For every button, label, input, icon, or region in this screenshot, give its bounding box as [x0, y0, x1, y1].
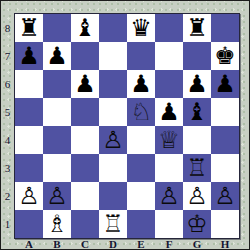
file-label-d: D	[99, 237, 127, 250]
square-d3[interactable]	[99, 154, 127, 182]
file-label-c: C	[71, 237, 99, 250]
piece-white-pawn: ♙	[186, 182, 208, 210]
piece-black-rook: ♜	[18, 14, 40, 42]
piece-white-pawn: ♙	[102, 126, 124, 154]
square-c4[interactable]	[71, 126, 99, 154]
square-g8[interactable]: ♜	[183, 14, 211, 42]
piece-white-knight: ♘	[130, 98, 152, 126]
square-e5[interactable]: ♘	[127, 98, 155, 126]
square-b1[interactable]: ♗	[43, 210, 71, 238]
square-f6[interactable]	[155, 70, 183, 98]
square-f5[interactable]: ♟	[155, 98, 183, 126]
square-d7[interactable]	[99, 42, 127, 70]
piece-black-pawn: ♟	[186, 70, 208, 98]
file-label-a: A	[15, 237, 43, 250]
file-label-e: E	[127, 237, 155, 250]
square-e8[interactable]: ♛	[127, 14, 155, 42]
square-e7[interactable]	[127, 42, 155, 70]
square-c7[interactable]	[71, 42, 99, 70]
file-label-h: H	[211, 237, 239, 250]
square-g7[interactable]	[183, 42, 211, 70]
rank-label-8: 8	[1, 14, 14, 42]
square-g6[interactable]: ♟	[183, 70, 211, 98]
square-c2[interactable]	[71, 182, 99, 210]
square-h3[interactable]	[211, 154, 239, 182]
piece-black-pawn: ♟	[74, 70, 96, 98]
square-e2[interactable]	[127, 182, 155, 210]
square-e3[interactable]	[127, 154, 155, 182]
piece-white-rook: ♖	[186, 154, 208, 182]
file-label-b: B	[43, 237, 71, 250]
square-f7[interactable]	[155, 42, 183, 70]
square-f2[interactable]: ♙	[155, 182, 183, 210]
piece-black-bishop: ♝	[186, 98, 208, 126]
square-b3[interactable]	[43, 154, 71, 182]
square-h4[interactable]	[211, 126, 239, 154]
square-h2[interactable]: ♙	[211, 182, 239, 210]
square-d6[interactable]	[99, 70, 127, 98]
square-b2[interactable]: ♙	[43, 182, 71, 210]
square-b4[interactable]	[43, 126, 71, 154]
rank-label-4: 4	[1, 126, 14, 154]
square-a8[interactable]: ♜	[15, 14, 43, 42]
square-h8[interactable]	[211, 14, 239, 42]
rank-label-3: 3	[1, 154, 14, 182]
square-d2[interactable]	[99, 182, 127, 210]
rank-label-7: 7	[1, 42, 14, 70]
chess-app-window: 87654321 ♜♝♛♜♟♟♚♟♟♟♟♘♟♝♙♕♖♙♙♙♙♙♗♖♔ ABCDE…	[0, 0, 250, 250]
square-a4[interactable]	[15, 126, 43, 154]
square-c1[interactable]	[71, 210, 99, 238]
piece-black-rook: ♜	[186, 14, 208, 42]
square-e6[interactable]: ♟	[127, 70, 155, 98]
square-g5[interactable]: ♝	[183, 98, 211, 126]
chess-board: ♜♝♛♜♟♟♚♟♟♟♟♘♟♝♙♕♖♙♙♙♙♙♗♖♔	[14, 13, 240, 239]
square-a6[interactable]	[15, 70, 43, 98]
square-c5[interactable]	[71, 98, 99, 126]
file-label-f: F	[155, 237, 183, 250]
square-b7[interactable]: ♟	[43, 42, 71, 70]
rank-label-6: 6	[1, 70, 14, 98]
piece-black-pawn: ♟	[158, 98, 180, 126]
square-a3[interactable]	[15, 154, 43, 182]
square-a1[interactable]	[15, 210, 43, 238]
rank-labels: 87654321	[1, 14, 14, 238]
square-b5[interactable]	[43, 98, 71, 126]
square-h7[interactable]: ♚	[211, 42, 239, 70]
square-h6[interactable]: ♟	[211, 70, 239, 98]
square-h5[interactable]	[211, 98, 239, 126]
square-f8[interactable]	[155, 14, 183, 42]
file-labels: ABCDEFGH	[15, 237, 239, 250]
piece-white-king: ♔	[186, 210, 208, 238]
square-f4[interactable]: ♕	[155, 126, 183, 154]
piece-white-queen: ♕	[158, 126, 180, 154]
piece-white-bishop: ♗	[46, 210, 68, 238]
file-label-g: G	[183, 237, 211, 250]
square-c8[interactable]: ♝	[71, 14, 99, 42]
square-e1[interactable]	[127, 210, 155, 238]
rank-label-5: 5	[1, 98, 14, 126]
square-d4[interactable]: ♙	[99, 126, 127, 154]
square-d8[interactable]	[99, 14, 127, 42]
piece-white-pawn: ♙	[214, 182, 236, 210]
square-b6[interactable]	[43, 70, 71, 98]
piece-black-pawn: ♟	[46, 42, 68, 70]
piece-black-pawn: ♟	[214, 70, 236, 98]
square-c3[interactable]	[71, 154, 99, 182]
square-f1[interactable]	[155, 210, 183, 238]
piece-black-pawn: ♟	[130, 70, 152, 98]
piece-white-pawn: ♙	[18, 182, 40, 210]
piece-white-pawn: ♙	[158, 182, 180, 210]
square-g1[interactable]: ♔	[183, 210, 211, 238]
square-d1[interactable]: ♖	[99, 210, 127, 238]
square-g4[interactable]	[183, 126, 211, 154]
square-a2[interactable]: ♙	[15, 182, 43, 210]
piece-black-bishop: ♝	[74, 14, 96, 42]
piece-white-rook: ♖	[102, 210, 124, 238]
square-e4[interactable]	[127, 126, 155, 154]
square-f3[interactable]	[155, 154, 183, 182]
square-g2[interactable]: ♙	[183, 182, 211, 210]
square-b8[interactable]	[43, 14, 71, 42]
square-h1[interactable]	[211, 210, 239, 238]
piece-white-pawn: ♙	[46, 182, 68, 210]
square-a5[interactable]	[15, 98, 43, 126]
square-c6[interactable]: ♟	[71, 70, 99, 98]
rank-label-2: 2	[1, 182, 14, 210]
piece-black-queen: ♛	[130, 14, 152, 42]
piece-black-pawn: ♟	[18, 42, 40, 70]
rank-label-1: 1	[1, 210, 14, 238]
square-g3[interactable]: ♖	[183, 154, 211, 182]
piece-black-king: ♚	[214, 42, 236, 70]
square-d5[interactable]	[99, 98, 127, 126]
square-a7[interactable]: ♟	[15, 42, 43, 70]
